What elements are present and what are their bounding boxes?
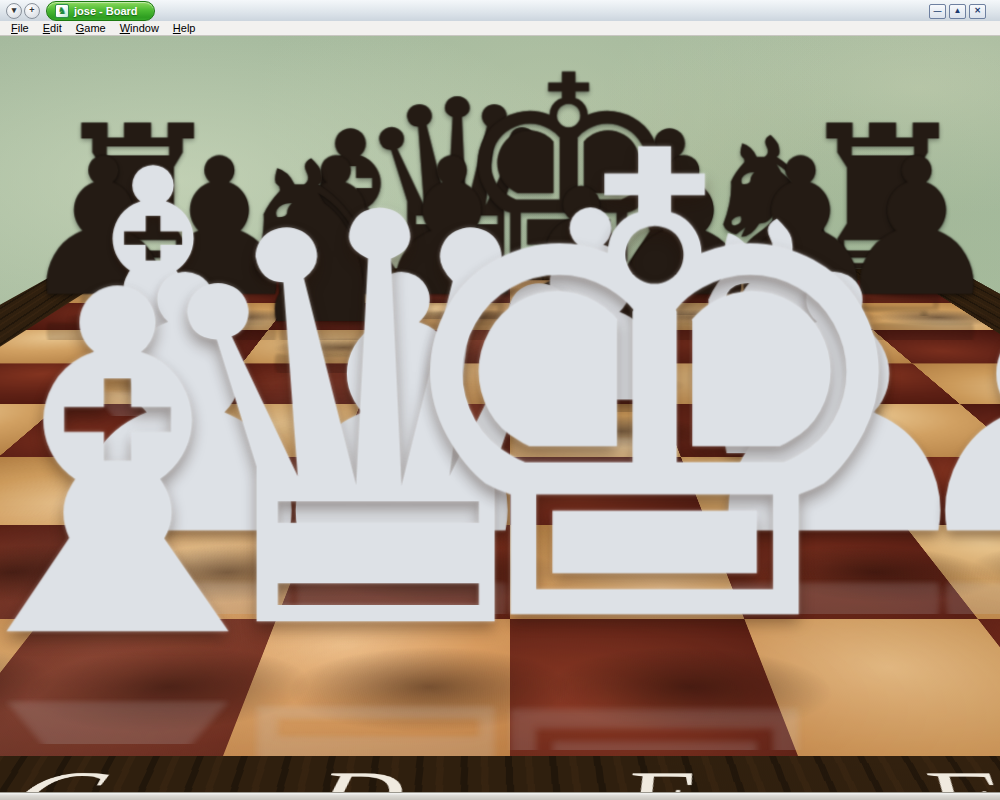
menu-item-game[interactable]: Game [69,22,113,34]
square-d4[interactable] [340,404,510,456]
window-controls: — ▲ ✕ [929,4,986,19]
menu-item-edit[interactable]: Edit [36,22,69,34]
window-title: jose - Board [74,5,138,17]
menu-item-help[interactable]: Help [166,22,203,34]
menu-item-window[interactable]: Window [113,22,166,34]
title-capsule[interactable]: ♞ jose - Board [46,1,155,21]
square-d8[interactable] [400,280,510,303]
window-bottom-border [0,792,1000,800]
minimize-button[interactable]: — [929,4,946,19]
window-sticky-button[interactable]: + [24,3,40,19]
square-f7[interactable] [620,303,752,330]
square-d5[interactable] [360,363,510,404]
menu-item-file[interactable]: File [4,22,36,34]
application-window: ▾ + ♞ jose - Board — ▲ ✕ FileEditGameWin… [0,0,1000,800]
square-e8[interactable] [510,280,620,303]
board-scene: ABCDEFGH♜♜♝♝♛♛♚♚♝♝♞♞♜♜♟♟♟♟♟♟♟♟♟♟♟♟♟♟♞♞♟♟… [0,36,1000,792]
square-e5[interactable] [510,363,660,404]
window-menu-button[interactable]: ▾ [6,3,22,19]
menu-bar: FileEditGameWindowHelp [0,21,1000,36]
square-e3[interactable] [510,456,707,524]
square-e2[interactable] [510,525,744,619]
board-grid [0,280,1000,756]
square-f8[interactable] [611,280,730,303]
maximize-button[interactable]: ▲ [949,4,966,19]
title-bar[interactable]: ▾ + ♞ jose - Board — ▲ ✕ [0,0,1000,22]
close-button[interactable]: ✕ [969,4,986,19]
square-c6[interactable] [242,330,389,363]
square-d6[interactable] [376,330,510,363]
square-e4[interactable] [510,404,680,456]
app-icon: ♞ [55,4,69,18]
square-c8[interactable] [289,280,408,303]
square-d2[interactable] [276,525,510,619]
square-e6[interactable] [510,330,644,363]
square-c7[interactable] [268,303,400,330]
square-d7[interactable] [389,303,510,330]
square-d3[interactable] [313,456,510,524]
square-e7[interactable] [510,303,631,330]
chess-board-3d: ABCDEFGH♜♜♝♝♛♛♚♚♝♝♞♞♜♜♟♟♟♟♟♟♟♟♟♟♟♟♟♟♞♞♟♟… [0,280,1000,792]
